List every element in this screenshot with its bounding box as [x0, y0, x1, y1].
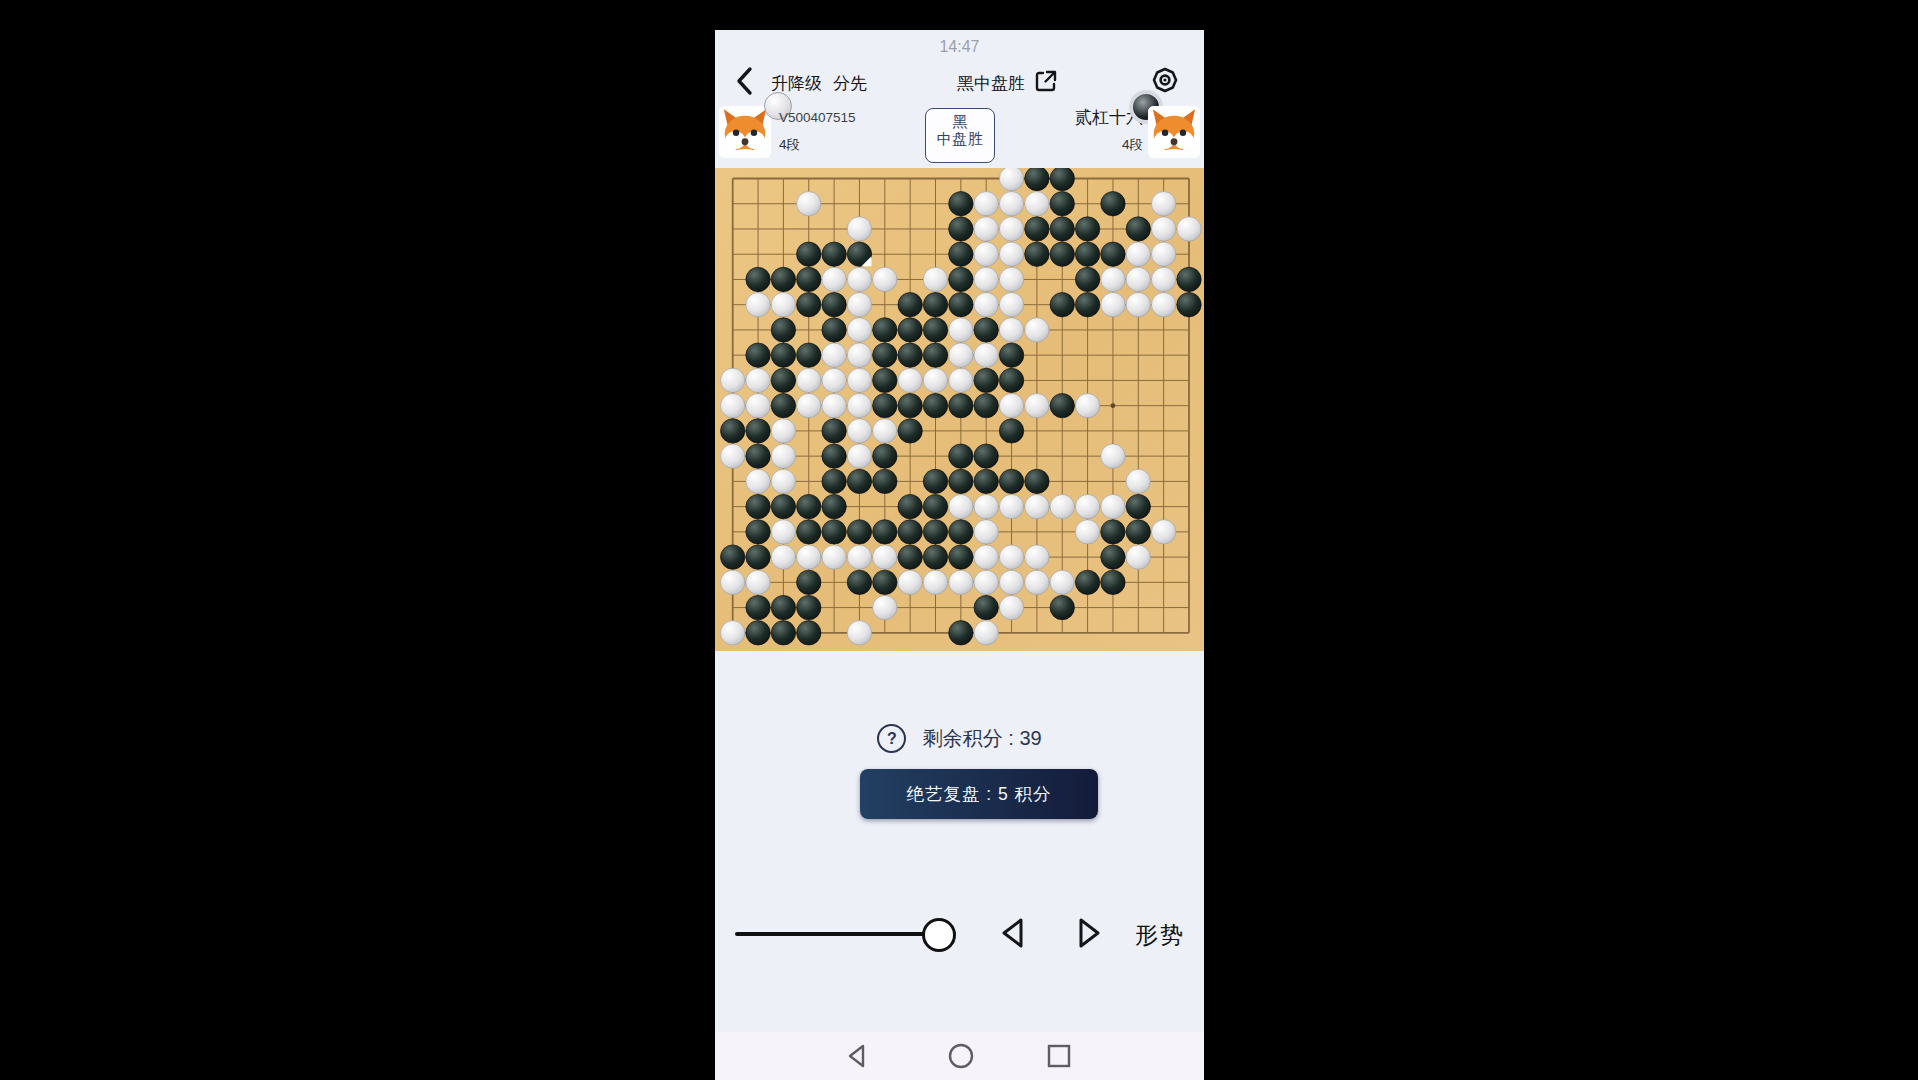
remaining-points-row: ? 剩余积分 : 39: [715, 724, 1204, 758]
black-stone: [771, 595, 795, 619]
white-stone: [721, 368, 745, 392]
settings-gear-icon[interactable]: [1151, 66, 1179, 94]
white-stone: [797, 393, 821, 417]
black-stone: [746, 520, 770, 544]
black-stone: [873, 393, 897, 417]
black-stone: [873, 469, 897, 493]
android-nav-bar: [715, 1032, 1204, 1080]
white-stone: [822, 545, 846, 569]
white-stone: [974, 494, 998, 518]
white-stone: [771, 444, 795, 468]
black-stone: [822, 293, 846, 317]
white-stone: [822, 343, 846, 367]
black-stone: [923, 520, 947, 544]
right-player-name: 贰杠十六: [1015, 106, 1143, 129]
white-stone: [974, 570, 998, 594]
white-stone: [1025, 192, 1049, 216]
white-stone: [771, 469, 795, 493]
white-stone: [999, 393, 1023, 417]
white-stone: [847, 368, 871, 392]
result-badge-line1: 黑: [926, 114, 994, 130]
white-stone: [797, 545, 821, 569]
white-stone: [746, 293, 770, 317]
white-stone: [999, 192, 1023, 216]
black-stone: [873, 444, 897, 468]
white-stone: [847, 621, 871, 645]
white-stone: [746, 469, 770, 493]
help-question-icon[interactable]: ?: [877, 724, 906, 753]
black-stone: [999, 419, 1023, 443]
white-stone: [974, 520, 998, 544]
white-stone: [999, 494, 1023, 518]
white-stone: [746, 393, 770, 417]
white-stone: [999, 242, 1023, 266]
white-stone: [1126, 469, 1150, 493]
white-stone: [847, 545, 871, 569]
white-stone: [949, 368, 973, 392]
white-stone: [923, 368, 947, 392]
white-stone: [1025, 494, 1049, 518]
black-stone: [898, 520, 922, 544]
black-stone: [1101, 545, 1125, 569]
black-stone: [746, 444, 770, 468]
white-stone: [999, 217, 1023, 241]
players-row: V500407515 4段 黑 中盘胜 贰杠十六 4段: [715, 102, 1204, 168]
black-stone: [949, 293, 973, 317]
white-stone: [797, 192, 821, 216]
white-stone: [771, 545, 795, 569]
black-stone: [1025, 242, 1049, 266]
white-stone: [1151, 520, 1175, 544]
white-stone: [898, 570, 922, 594]
black-stone: [923, 343, 947, 367]
black-stone: [847, 469, 871, 493]
black-stone: [721, 419, 745, 443]
black-stone: [771, 343, 795, 367]
move-slider-row: 形势: [715, 902, 1204, 966]
black-stone: [797, 621, 821, 645]
tab-even-game[interactable]: 分先: [833, 72, 867, 95]
white-stone: [974, 343, 998, 367]
white-stone: [1075, 494, 1099, 518]
white-stone: [771, 520, 795, 544]
black-stone: [923, 494, 947, 518]
app-screen: 14:47 升降级 分先 黑中盘胜: [715, 30, 1204, 1080]
black-stone: [771, 318, 795, 342]
prev-move-icon[interactable]: [999, 917, 1025, 949]
black-stone: [1025, 217, 1049, 241]
black-stone: [822, 444, 846, 468]
slider-track[interactable]: [735, 932, 938, 936]
white-stone: [822, 368, 846, 392]
black-stone: [746, 343, 770, 367]
back-icon[interactable]: [735, 66, 755, 96]
black-stone: [949, 545, 973, 569]
black-stone: [746, 545, 770, 569]
black-stone: [949, 621, 973, 645]
black-stone: [974, 595, 998, 619]
white-stone: [771, 419, 795, 443]
white-stone: [1101, 444, 1125, 468]
white-stone: [847, 393, 871, 417]
black-stone: [1126, 520, 1150, 544]
black-stone: [797, 520, 821, 544]
black-stone: [771, 368, 795, 392]
white-stone: [974, 242, 998, 266]
white-stone: [999, 545, 1023, 569]
black-stone: [873, 368, 897, 392]
points-value: 39: [1019, 727, 1041, 749]
black-stone: [746, 419, 770, 443]
black-stone: [873, 570, 897, 594]
black-stone: [1050, 293, 1074, 317]
territory-estimate-button[interactable]: 形势: [1135, 920, 1185, 951]
black-stone: [949, 242, 973, 266]
next-move-icon[interactable]: [1077, 917, 1103, 949]
white-stone: [797, 368, 821, 392]
black-stone: [746, 621, 770, 645]
ai-review-button[interactable]: 绝艺复盘 : 5 积分: [860, 769, 1098, 819]
white-stone: [974, 192, 998, 216]
white-stone: [1050, 494, 1074, 518]
black-stone: [898, 318, 922, 342]
white-stone: [949, 318, 973, 342]
black-stone: [822, 494, 846, 518]
white-stone: [974, 621, 998, 645]
black-stone: [746, 595, 770, 619]
black-stone: [873, 318, 897, 342]
white-stone: [847, 419, 871, 443]
go-board[interactable]: [715, 168, 1204, 651]
white-stone: [721, 444, 745, 468]
result-badge: 黑 中盘胜: [925, 108, 995, 163]
black-stone: [1075, 242, 1099, 266]
black-stone: [1050, 242, 1074, 266]
white-stone: [999, 318, 1023, 342]
black-stone: [898, 293, 922, 317]
white-stone: [1025, 318, 1049, 342]
black-stone: [898, 419, 922, 443]
white-stone: [1075, 520, 1099, 544]
points-label-text: 剩余积分 :: [923, 727, 1020, 749]
black-stone: [771, 393, 795, 417]
white-stone: [873, 595, 897, 619]
white-stone: [999, 168, 1023, 191]
black-stone: [974, 318, 998, 342]
black-stone: [822, 469, 846, 493]
black-stone: [1075, 570, 1099, 594]
black-stone: [949, 393, 973, 417]
black-stone: [746, 267, 770, 291]
black-stone: [1050, 393, 1074, 417]
status-clock: 14:47: [715, 38, 1204, 56]
white-stone: [1126, 293, 1150, 317]
white-stone: [1151, 293, 1175, 317]
white-stone: [721, 621, 745, 645]
white-stone: [1126, 242, 1150, 266]
white-stone: [999, 595, 1023, 619]
black-stone: [1075, 267, 1099, 291]
fox-avatar-icon: [719, 106, 771, 158]
avatar-right-player[interactable]: [1148, 106, 1200, 158]
black-stone: [1075, 217, 1099, 241]
black-stone: [1101, 192, 1125, 216]
game-result-title: 黑中盘胜: [957, 72, 1025, 95]
white-stone: [923, 570, 947, 594]
result-badge-line2: 中盘胜: [926, 130, 994, 148]
white-stone: [721, 393, 745, 417]
black-stone: [797, 267, 821, 291]
black-stone: [721, 545, 745, 569]
black-stone: [949, 192, 973, 216]
black-stone: [949, 444, 973, 468]
white-stone: [1025, 393, 1049, 417]
black-stone: [797, 494, 821, 518]
white-stone: [1101, 293, 1125, 317]
black-stone: [974, 444, 998, 468]
white-stone: [822, 267, 846, 291]
black-stone: [1050, 192, 1074, 216]
black-stone: [1050, 168, 1074, 191]
white-stone: [1126, 267, 1150, 291]
white-stone: [949, 570, 973, 594]
white-stone: [873, 419, 897, 443]
white-stone: [898, 368, 922, 392]
black-stone: [949, 217, 973, 241]
black-stone: [1177, 267, 1201, 291]
black-stone: [949, 469, 973, 493]
black-stone: [1075, 293, 1099, 317]
fox-avatar-icon: [1148, 106, 1200, 158]
black-stone: [797, 242, 821, 266]
android-back-icon[interactable]: [843, 1042, 871, 1070]
black-stone: [1050, 217, 1074, 241]
black-stone: [898, 393, 922, 417]
black-stone: [898, 343, 922, 367]
white-stone: [923, 267, 947, 291]
white-stone: [974, 267, 998, 291]
black-stone: [974, 368, 998, 392]
black-stone: [923, 545, 947, 569]
white-stone: [721, 570, 745, 594]
white-stone: [847, 217, 871, 241]
white-stone: [1101, 494, 1125, 518]
black-stone: [1101, 242, 1125, 266]
black-stone: [822, 242, 846, 266]
white-stone: [746, 570, 770, 594]
black-stone: [1126, 494, 1150, 518]
black-stone: [822, 318, 846, 342]
white-stone: [1025, 545, 1049, 569]
right-player-rank: 4段: [1045, 136, 1143, 154]
black-stone: [1050, 595, 1074, 619]
black-stone: [746, 494, 770, 518]
white-stone: [1151, 217, 1175, 241]
white-stone: [1126, 545, 1150, 569]
black-stone: [847, 570, 871, 594]
black-stone: [771, 494, 795, 518]
black-stone: [923, 318, 947, 342]
android-recent-icon[interactable]: [1045, 1042, 1073, 1070]
white-stone: [974, 293, 998, 317]
white-stone: [873, 545, 897, 569]
white-stone: [746, 368, 770, 392]
white-stone: [1177, 217, 1201, 241]
white-stone: [1101, 267, 1125, 291]
black-stone: [847, 520, 871, 544]
share-icon[interactable]: [1033, 68, 1059, 94]
black-stone: [923, 293, 947, 317]
black-stone: [797, 343, 821, 367]
black-stone: [999, 469, 1023, 493]
remaining-points-label: 剩余积分 : 39: [923, 725, 1042, 752]
black-stone: [898, 545, 922, 569]
android-home-icon[interactable]: [947, 1042, 975, 1070]
black-stone: [923, 393, 947, 417]
white-stone: [999, 293, 1023, 317]
black-stone: [949, 267, 973, 291]
white-stone: [1075, 393, 1099, 417]
black-stone: [1101, 520, 1125, 544]
black-stone: [873, 343, 897, 367]
black-stone: [797, 570, 821, 594]
white-stone: [822, 393, 846, 417]
black-stone: [999, 343, 1023, 367]
black-stone: [797, 293, 821, 317]
left-player-name: V500407515: [779, 110, 856, 125]
black-stone: [974, 469, 998, 493]
black-stone: [1101, 570, 1125, 594]
white-stone: [847, 293, 871, 317]
left-player-rank: 4段: [779, 136, 800, 154]
white-stone: [771, 293, 795, 317]
black-stone: [1025, 469, 1049, 493]
black-stone: [1177, 293, 1201, 317]
white-stone: [847, 318, 871, 342]
white-stone: [847, 267, 871, 291]
white-stone: [974, 217, 998, 241]
black-stone: [1025, 168, 1049, 191]
white-stone: [999, 267, 1023, 291]
black-stone: [771, 267, 795, 291]
black-stone: [999, 368, 1023, 392]
white-stone: [847, 343, 871, 367]
white-stone: [949, 494, 973, 518]
black-stone: [898, 494, 922, 518]
white-stone: [873, 267, 897, 291]
black-stone: [1126, 217, 1150, 241]
white-stone: [1050, 570, 1074, 594]
white-stone: [1151, 192, 1175, 216]
white-stone: [1025, 570, 1049, 594]
white-stone: [847, 444, 871, 468]
white-stone: [1151, 242, 1175, 266]
black-stone: [923, 469, 947, 493]
black-stone: [974, 393, 998, 417]
white-stone: [1151, 267, 1175, 291]
white-stone: [974, 545, 998, 569]
black-stone: [797, 595, 821, 619]
white-stone: [949, 343, 973, 367]
avatar-left-player[interactable]: [719, 106, 771, 158]
black-stone: [949, 520, 973, 544]
slider-thumb[interactable]: [922, 918, 956, 952]
black-stone: [873, 520, 897, 544]
black-stone: [822, 419, 846, 443]
black-stone: [822, 520, 846, 544]
white-stone: [999, 570, 1023, 594]
black-stone: [771, 621, 795, 645]
